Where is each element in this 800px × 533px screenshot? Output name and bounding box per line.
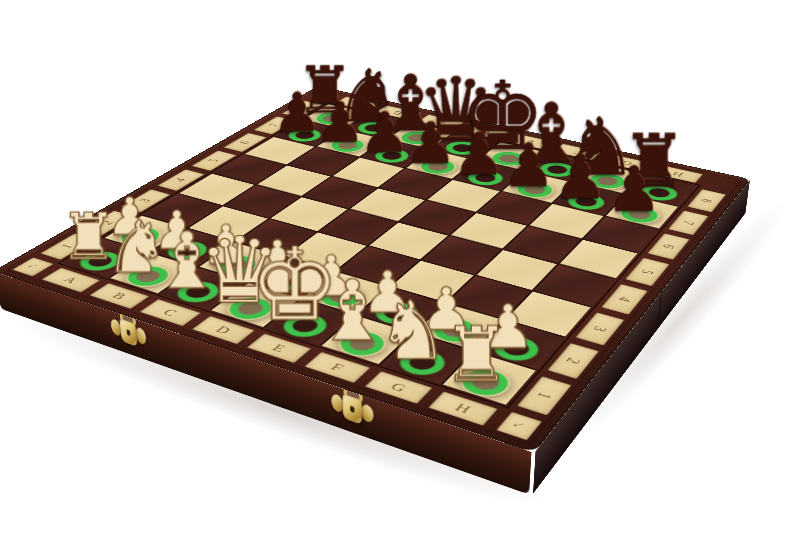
chess-board: ♜♞♝♛♚♝♞♜♟♟♟♟♟♟♟♟♟♟♟♟♟♟♟♟♜♞♝♛♚♝♞♜ AABBCCD… — [0, 86, 751, 453]
rank-label-right-7-text: 7 — [680, 219, 697, 225]
file-label-front-b-text: B — [109, 291, 129, 301]
file-label-back-g-text: G — [620, 159, 634, 166]
clasp-keyhole — [350, 405, 354, 413]
file-label-back-f-text: F — [572, 149, 584, 155]
square-h7[interactable]: ♟ — [606, 195, 678, 229]
file-label-back-c-text: C — [434, 119, 448, 125]
rank-label-right-4: 4 — [601, 284, 648, 315]
file-label-back-a-text: A — [350, 101, 364, 107]
rank-label-right-6-text: 6 — [660, 243, 678, 250]
corner-arrow-icon-right: → — [496, 412, 543, 441]
file-label-front-e-text: E — [269, 342, 288, 353]
rank-label-right-6: 6 — [647, 233, 690, 260]
rank-label-left-7-text: 7 — [268, 123, 282, 128]
square-h1[interactable]: ♜ — [443, 352, 536, 405]
rank-label-right-4-text: 4 — [615, 295, 634, 303]
file-label-back-e-text: E — [524, 139, 537, 145]
rank-label-right-1-text: 1 — [534, 390, 555, 400]
file-label-back-b-text: B — [391, 110, 405, 116]
file-label-back-d-text: D — [478, 129, 492, 135]
file-label-front-f-text: F — [328, 361, 346, 373]
brass-clasp-left — [112, 312, 145, 353]
rank-label-left-5-text: 5 — [207, 158, 222, 163]
file-label-front-c-text: C — [160, 307, 180, 318]
rank-label-right-5-text: 5 — [639, 268, 657, 275]
rank-label-right-2-text: 2 — [563, 356, 583, 365]
rank-label-left-8-text: 8 — [295, 107, 309, 111]
product-photo-stage: ♜♞♝♛♚♝♞♜♟♟♟♟♟♟♟♟♟♟♟♟♟♟♟♟♜♞♝♛♚♝♞♜ AABBCCD… — [0, 0, 800, 533]
rank-label-left-6-text: 6 — [238, 140, 253, 145]
file-label-front-a-text: A — [61, 275, 81, 285]
file-label-front-d-text: D — [213, 324, 234, 335]
corner-arrow-icon-right-text: → — [508, 420, 530, 432]
rank-label-left-4-text: 4 — [173, 177, 189, 183]
fold-seam-edge — [657, 291, 662, 330]
rank-label-right-8-text: 8 — [699, 198, 715, 204]
file-label-back-h-text: H — [671, 170, 685, 177]
rank-label-right-3-text: 3 — [590, 324, 610, 333]
rank-label-right-3: 3 — [575, 312, 624, 345]
brass-clasp-right — [334, 387, 371, 432]
white-rook[interactable]: ♜ — [416, 317, 537, 392]
file-label-front-g-text: G — [388, 381, 409, 394]
file-label-front-h-text: H — [452, 401, 473, 415]
